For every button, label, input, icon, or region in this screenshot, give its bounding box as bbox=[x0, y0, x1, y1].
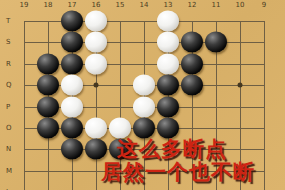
star-point bbox=[238, 83, 243, 88]
row-label: T bbox=[6, 17, 10, 26]
grid-line-vertical bbox=[24, 21, 25, 190]
black-stone bbox=[61, 11, 83, 32]
row-label: R bbox=[6, 59, 11, 68]
white-stone bbox=[157, 32, 179, 53]
column-label: 11 bbox=[212, 1, 221, 10]
row-label: L bbox=[6, 188, 10, 190]
white-stone bbox=[133, 75, 155, 96]
black-stone bbox=[157, 75, 179, 96]
black-stone bbox=[181, 53, 203, 74]
white-stone bbox=[133, 96, 155, 117]
row-label: M bbox=[6, 166, 12, 175]
row-label: N bbox=[6, 145, 11, 154]
white-stone bbox=[85, 53, 107, 74]
column-label: 9 bbox=[262, 1, 266, 10]
column-label: 18 bbox=[44, 1, 53, 10]
row-label: Q bbox=[6, 81, 12, 90]
column-label: 10 bbox=[236, 1, 245, 10]
black-stone bbox=[85, 139, 107, 160]
grid-line-horizontal bbox=[24, 21, 264, 22]
black-stone bbox=[61, 53, 83, 74]
go-board[interactable]: 191817161514131211109TSRQPONML 这么多断点 居然一… bbox=[0, 0, 285, 190]
caption-line-2: 居然一个也不断 bbox=[101, 158, 255, 186]
black-stone bbox=[37, 96, 59, 117]
grid-line-vertical bbox=[264, 21, 265, 190]
black-stone bbox=[61, 139, 83, 160]
white-stone bbox=[61, 96, 83, 117]
black-stone bbox=[61, 32, 83, 53]
column-label: 12 bbox=[188, 1, 197, 10]
column-label: 14 bbox=[140, 1, 149, 10]
column-label: 17 bbox=[68, 1, 77, 10]
black-stone bbox=[181, 75, 203, 96]
white-stone bbox=[85, 118, 107, 139]
black-stone bbox=[37, 118, 59, 139]
row-label: O bbox=[6, 124, 12, 133]
white-stone bbox=[157, 11, 179, 32]
column-label: 16 bbox=[92, 1, 101, 10]
white-stone bbox=[157, 53, 179, 74]
column-label: 19 bbox=[20, 1, 29, 10]
black-stone bbox=[181, 32, 203, 53]
black-stone bbox=[61, 118, 83, 139]
column-label: 13 bbox=[164, 1, 173, 10]
grid-line-horizontal bbox=[24, 42, 264, 43]
white-stone bbox=[85, 11, 107, 32]
black-stone bbox=[205, 32, 227, 53]
black-stone bbox=[37, 75, 59, 96]
row-label: S bbox=[6, 38, 10, 47]
star-point bbox=[94, 83, 99, 88]
column-label: 15 bbox=[116, 1, 125, 10]
black-stone bbox=[157, 96, 179, 117]
white-stone bbox=[85, 32, 107, 53]
row-label: P bbox=[6, 102, 10, 111]
white-stone bbox=[61, 75, 83, 96]
black-stone bbox=[37, 53, 59, 74]
grid-line-horizontal bbox=[24, 64, 264, 65]
